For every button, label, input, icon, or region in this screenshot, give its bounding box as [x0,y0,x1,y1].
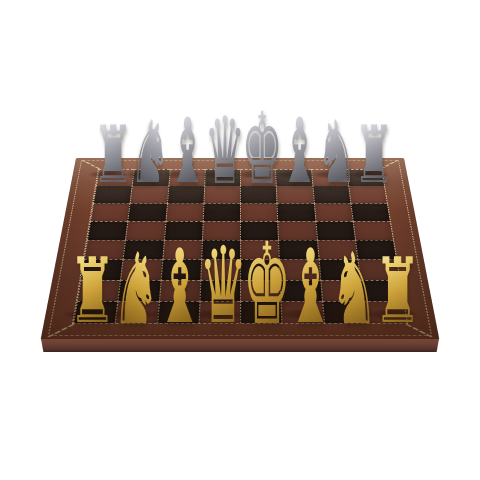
square-d6[interactable] [203,203,240,221]
piece-silver-knight-g8[interactable]: ♞ [316,109,357,195]
piece-gold-king-e1[interactable]: ♚ [243,229,291,342]
piece-silver-king-e8[interactable]: ♚ [242,99,283,198]
piece-gold-bishop-c1[interactable]: ♝ [155,237,203,339]
piece-silver-knight-b8[interactable]: ♞ [130,109,171,195]
square-c6[interactable] [165,203,203,221]
piece-gold-knight-b1[interactable]: ♞ [112,240,160,338]
piece-silver-rook-a8[interactable]: ♜ [92,114,133,193]
square-b6[interactable] [128,203,167,221]
square-g6[interactable] [313,203,352,221]
square-a6[interactable] [90,203,130,221]
piece-silver-bishop-f8[interactable]: ♝ [279,106,320,196]
piece-gold-rook-h1[interactable]: ♜ [373,247,421,337]
piece-gold-bishop-f1[interactable]: ♝ [286,237,334,339]
pieces-layer: ♜♞♝♛♚♝♞♜♜♞♝♛♚♝♞♜ [0,0,480,480]
piece-silver-queen-d8[interactable]: ♛ [204,104,245,197]
chess-set-product-photo: ♜♞♝♛♚♝♞♜♜♞♝♛♚♝♞♜ [0,0,480,480]
piece-gold-rook-a1[interactable]: ♜ [68,247,116,337]
piece-silver-rook-h8[interactable]: ♜ [353,114,394,193]
piece-gold-knight-g1[interactable]: ♞ [330,240,378,338]
piece-silver-bishop-c8[interactable]: ♝ [167,106,208,196]
piece-gold-queen-d1[interactable]: ♛ [199,234,247,340]
square-h6[interactable] [350,203,390,221]
